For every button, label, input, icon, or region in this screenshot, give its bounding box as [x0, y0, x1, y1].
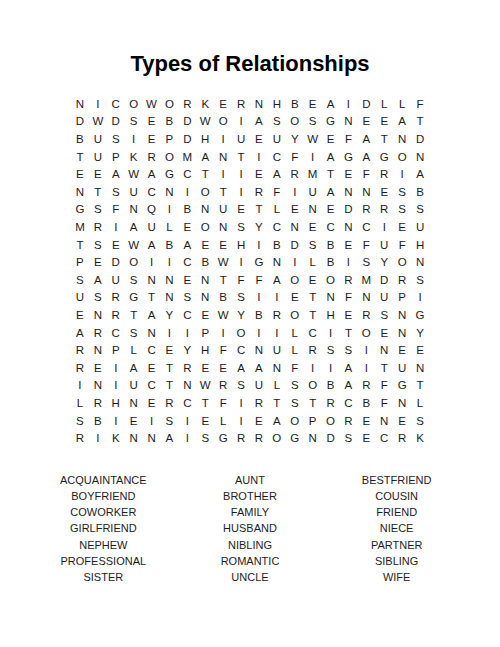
grid-cell[interactable]: L: [393, 95, 411, 113]
grid-cell[interactable]: T: [304, 306, 322, 324]
grid-cell[interactable]: T: [214, 271, 232, 289]
grid-cell[interactable]: I: [286, 253, 304, 271]
grid-cell[interactable]: D: [339, 201, 357, 219]
grid-cell[interactable]: N: [411, 359, 429, 377]
grid-cell[interactable]: S: [89, 289, 107, 307]
grid-cell[interactable]: S: [125, 271, 143, 289]
grid-cell[interactable]: E: [125, 412, 143, 430]
grid-cell[interactable]: A: [322, 148, 340, 166]
grid-cell[interactable]: N: [268, 253, 286, 271]
grid-cell[interactable]: A: [322, 95, 340, 113]
grid-cell[interactable]: L: [268, 377, 286, 395]
grid-cell[interactable]: I: [160, 324, 178, 342]
grid-cell[interactable]: E: [89, 165, 107, 183]
grid-cell[interactable]: C: [178, 253, 196, 271]
grid-cell[interactable]: R: [89, 394, 107, 412]
grid-cell[interactable]: L: [375, 95, 393, 113]
grid-cell[interactable]: D: [322, 429, 340, 447]
grid-cell[interactable]: O: [357, 324, 375, 342]
grid-cell[interactable]: A: [411, 165, 429, 183]
grid-cell[interactable]: B: [286, 95, 304, 113]
grid-cell[interactable]: C: [375, 429, 393, 447]
grid-cell[interactable]: B: [178, 201, 196, 219]
grid-cell[interactable]: A: [393, 113, 411, 131]
grid-cell[interactable]: H: [107, 394, 125, 412]
grid-cell[interactable]: I: [232, 113, 250, 131]
grid-cell[interactable]: U: [89, 130, 107, 148]
grid-cell[interactable]: Y: [178, 341, 196, 359]
grid-cell[interactable]: O: [268, 429, 286, 447]
grid-cell[interactable]: T: [71, 148, 89, 166]
grid-cell[interactable]: O: [196, 218, 214, 236]
grid-cell[interactable]: T: [160, 359, 178, 377]
grid-cell[interactable]: L: [304, 253, 322, 271]
grid-cell[interactable]: I: [214, 130, 232, 148]
grid-cell[interactable]: T: [304, 289, 322, 307]
grid-cell[interactable]: I: [357, 341, 375, 359]
grid-cell[interactable]: U: [411, 218, 429, 236]
grid-cell[interactable]: T: [196, 165, 214, 183]
grid-cell[interactable]: R: [89, 218, 107, 236]
grid-cell[interactable]: A: [339, 377, 357, 395]
grid-cell[interactable]: C: [322, 218, 340, 236]
grid-cell[interactable]: M: [178, 148, 196, 166]
grid-cell[interactable]: S: [357, 253, 375, 271]
grid-cell[interactable]: S: [286, 394, 304, 412]
grid-cell[interactable]: Y: [250, 218, 268, 236]
grid-cell[interactable]: N: [411, 148, 429, 166]
grid-cell[interactable]: I: [107, 377, 125, 395]
grid-cell[interactable]: S: [322, 341, 340, 359]
grid-cell[interactable]: E: [214, 236, 232, 254]
grid-cell[interactable]: E: [375, 324, 393, 342]
grid-cell[interactable]: E: [160, 341, 178, 359]
grid-cell[interactable]: F: [268, 183, 286, 201]
grid-cell[interactable]: H: [411, 236, 429, 254]
grid-cell[interactable]: S: [107, 183, 125, 201]
grid-cell[interactable]: E: [322, 130, 340, 148]
grid-cell[interactable]: I: [250, 148, 268, 166]
grid-cell[interactable]: E: [196, 359, 214, 377]
grid-cell[interactable]: N: [89, 377, 107, 395]
grid-cell[interactable]: I: [250, 289, 268, 307]
grid-cell[interactable]: E: [393, 412, 411, 430]
grid-cell[interactable]: H: [232, 236, 250, 254]
grid-cell[interactable]: A: [125, 218, 143, 236]
grid-cell[interactable]: T: [160, 377, 178, 395]
grid-cell[interactable]: E: [178, 218, 196, 236]
grid-cell[interactable]: P: [160, 130, 178, 148]
grid-cell[interactable]: G: [286, 429, 304, 447]
grid-cell[interactable]: T: [411, 377, 429, 395]
grid-cell[interactable]: L: [160, 218, 178, 236]
grid-cell[interactable]: U: [268, 341, 286, 359]
grid-cell[interactable]: B: [322, 253, 340, 271]
grid-cell[interactable]: I: [125, 130, 143, 148]
grid-cell[interactable]: I: [268, 324, 286, 342]
grid-cell[interactable]: B: [357, 394, 375, 412]
grid-cell[interactable]: R: [357, 201, 375, 219]
grid-cell[interactable]: E: [322, 201, 340, 219]
grid-cell[interactable]: U: [375, 289, 393, 307]
grid-cell[interactable]: N: [268, 359, 286, 377]
grid-cell[interactable]: N: [393, 130, 411, 148]
grid-cell[interactable]: G: [71, 201, 89, 219]
grid-cell[interactable]: W: [196, 113, 214, 131]
grid-cell[interactable]: N: [214, 218, 232, 236]
grid-cell[interactable]: E: [375, 183, 393, 201]
grid-cell[interactable]: N: [160, 289, 178, 307]
grid-cell[interactable]: C: [268, 218, 286, 236]
grid-cell[interactable]: E: [214, 359, 232, 377]
grid-cell[interactable]: Y: [232, 306, 250, 324]
grid-cell[interactable]: C: [178, 306, 196, 324]
grid-cell[interactable]: L: [411, 394, 429, 412]
grid-cell[interactable]: E: [393, 341, 411, 359]
grid-cell[interactable]: E: [357, 412, 375, 430]
grid-cell[interactable]: R: [250, 394, 268, 412]
grid-cell[interactable]: O: [286, 412, 304, 430]
grid-cell[interactable]: B: [160, 236, 178, 254]
grid-cell[interactable]: T: [268, 394, 286, 412]
grid-cell[interactable]: C: [268, 148, 286, 166]
grid-cell[interactable]: I: [89, 429, 107, 447]
grid-cell[interactable]: R: [71, 341, 89, 359]
grid-cell[interactable]: N: [196, 289, 214, 307]
grid-cell[interactable]: A: [250, 359, 268, 377]
grid-cell[interactable]: P: [196, 324, 214, 342]
grid-cell[interactable]: N: [143, 271, 161, 289]
grid-cell[interactable]: O: [322, 412, 340, 430]
grid-cell[interactable]: M: [71, 218, 89, 236]
grid-cell[interactable]: R: [250, 183, 268, 201]
grid-cell[interactable]: O: [286, 271, 304, 289]
grid-cell[interactable]: T: [89, 183, 107, 201]
grid-cell[interactable]: C: [107, 324, 125, 342]
grid-cell[interactable]: I: [143, 412, 161, 430]
grid-cell[interactable]: E: [393, 218, 411, 236]
grid-cell[interactable]: N: [89, 306, 107, 324]
grid-cell[interactable]: F: [375, 377, 393, 395]
grid-cell[interactable]: I: [304, 148, 322, 166]
grid-cell[interactable]: U: [393, 359, 411, 377]
grid-cell[interactable]: A: [268, 271, 286, 289]
grid-cell[interactable]: S: [232, 218, 250, 236]
grid-cell[interactable]: E: [250, 130, 268, 148]
grid-cell[interactable]: E: [375, 113, 393, 131]
grid-cell[interactable]: G: [339, 148, 357, 166]
grid-cell[interactable]: S: [304, 236, 322, 254]
grid-cell[interactable]: U: [304, 183, 322, 201]
grid-cell[interactable]: T: [375, 130, 393, 148]
grid-cell[interactable]: S: [375, 306, 393, 324]
grid-cell[interactable]: U: [107, 271, 125, 289]
grid-cell[interactable]: S: [107, 130, 125, 148]
grid-cell[interactable]: W: [304, 130, 322, 148]
grid-cell[interactable]: F: [214, 394, 232, 412]
grid-cell[interactable]: A: [71, 324, 89, 342]
grid-cell[interactable]: S: [196, 429, 214, 447]
grid-cell[interactable]: B: [214, 289, 232, 307]
grid-cell[interactable]: H: [322, 306, 340, 324]
grid-cell[interactable]: B: [322, 236, 340, 254]
grid-cell[interactable]: O: [160, 148, 178, 166]
grid-cell[interactable]: O: [160, 95, 178, 113]
grid-cell[interactable]: R: [232, 429, 250, 447]
grid-cell[interactable]: I: [357, 359, 375, 377]
grid-cell[interactable]: C: [178, 394, 196, 412]
grid-cell[interactable]: R: [393, 429, 411, 447]
grid-cell[interactable]: A: [268, 412, 286, 430]
grid-cell[interactable]: R: [250, 429, 268, 447]
grid-cell[interactable]: B: [268, 236, 286, 254]
grid-cell[interactable]: N: [339, 183, 357, 201]
grid-cell[interactable]: I: [178, 429, 196, 447]
grid-cell[interactable]: E: [107, 236, 125, 254]
grid-cell[interactable]: F: [339, 289, 357, 307]
grid-cell[interactable]: F: [357, 236, 375, 254]
grid-cell[interactable]: R: [71, 429, 89, 447]
grid-cell[interactable]: S: [232, 377, 250, 395]
grid-cell[interactable]: U: [125, 183, 143, 201]
grid-cell[interactable]: N: [125, 429, 143, 447]
grid-cell[interactable]: U: [125, 377, 143, 395]
grid-cell[interactable]: I: [250, 236, 268, 254]
grid-cell[interactable]: S: [71, 412, 89, 430]
grid-cell[interactable]: D: [178, 130, 196, 148]
grid-cell[interactable]: C: [143, 183, 161, 201]
grid-cell[interactable]: I: [107, 218, 125, 236]
grid-cell[interactable]: N: [375, 341, 393, 359]
grid-cell[interactable]: F: [232, 271, 250, 289]
grid-cell[interactable]: N: [160, 271, 178, 289]
grid-cell[interactable]: D: [411, 130, 429, 148]
grid-cell[interactable]: T: [375, 359, 393, 377]
grid-cell[interactable]: G: [411, 306, 429, 324]
grid-cell[interactable]: E: [143, 113, 161, 131]
grid-cell[interactable]: O: [196, 183, 214, 201]
grid-cell[interactable]: N: [304, 429, 322, 447]
grid-cell[interactable]: F: [339, 130, 357, 148]
grid-cell[interactable]: W: [143, 95, 161, 113]
grid-cell[interactable]: B: [71, 130, 89, 148]
grid-cell[interactable]: S: [89, 236, 107, 254]
grid-cell[interactable]: I: [178, 183, 196, 201]
grid-cell[interactable]: I: [339, 95, 357, 113]
grid-cell[interactable]: G: [250, 253, 268, 271]
grid-cell[interactable]: Y: [160, 306, 178, 324]
grid-cell[interactable]: T: [339, 324, 357, 342]
grid-cell[interactable]: C: [232, 341, 250, 359]
grid-cell[interactable]: C: [357, 218, 375, 236]
grid-cell[interactable]: I: [178, 324, 196, 342]
grid-cell[interactable]: Y: [375, 253, 393, 271]
grid-cell[interactable]: T: [411, 113, 429, 131]
grid-cell[interactable]: F: [286, 359, 304, 377]
grid-cell[interactable]: A: [160, 429, 178, 447]
grid-cell[interactable]: G: [214, 429, 232, 447]
grid-cell[interactable]: Y: [411, 324, 429, 342]
grid-cell[interactable]: T: [214, 183, 232, 201]
grid-cell[interactable]: E: [304, 218, 322, 236]
grid-cell[interactable]: F: [286, 148, 304, 166]
grid-cell[interactable]: Q: [143, 201, 161, 219]
grid-cell[interactable]: E: [71, 306, 89, 324]
grid-cell[interactable]: O: [304, 377, 322, 395]
grid-cell[interactable]: L: [286, 324, 304, 342]
grid-cell[interactable]: H: [268, 95, 286, 113]
grid-cell[interactable]: E: [286, 289, 304, 307]
grid-cell[interactable]: S: [160, 412, 178, 430]
grid-cell[interactable]: P: [107, 341, 125, 359]
grid-cell[interactable]: A: [143, 306, 161, 324]
grid-cell[interactable]: E: [304, 271, 322, 289]
grid-cell[interactable]: N: [196, 201, 214, 219]
grid-cell[interactable]: L: [71, 394, 89, 412]
grid-cell[interactable]: E: [89, 359, 107, 377]
grid-cell[interactable]: R: [143, 148, 161, 166]
grid-cell[interactable]: E: [411, 341, 429, 359]
grid-cell[interactable]: E: [357, 113, 375, 131]
grid-cell[interactable]: N: [411, 253, 429, 271]
grid-cell[interactable]: I: [322, 359, 340, 377]
grid-cell[interactable]: E: [304, 95, 322, 113]
grid-cell[interactable]: N: [322, 289, 340, 307]
grid-cell[interactable]: R: [339, 271, 357, 289]
grid-cell[interactable]: K: [125, 148, 143, 166]
grid-cell[interactable]: T: [322, 165, 340, 183]
grid-cell[interactable]: G: [125, 289, 143, 307]
grid-cell[interactable]: I: [214, 324, 232, 342]
grid-cell[interactable]: E: [196, 306, 214, 324]
grid-cell[interactable]: A: [357, 148, 375, 166]
grid-cell[interactable]: E: [143, 359, 161, 377]
grid-cell[interactable]: S: [393, 201, 411, 219]
grid-cell[interactable]: E: [214, 95, 232, 113]
grid-cell[interactable]: N: [393, 324, 411, 342]
grid-cell[interactable]: R: [286, 165, 304, 183]
grid-cell[interactable]: I: [160, 201, 178, 219]
grid-cell[interactable]: A: [250, 113, 268, 131]
grid-cell[interactable]: O: [286, 113, 304, 131]
grid-cell[interactable]: P: [393, 289, 411, 307]
grid-cell[interactable]: T: [143, 289, 161, 307]
grid-cell[interactable]: I: [107, 412, 125, 430]
grid-cell[interactable]: R: [232, 95, 250, 113]
grid-cell[interactable]: W: [125, 165, 143, 183]
grid-cell[interactable]: E: [339, 306, 357, 324]
grid-cell[interactable]: Y: [286, 130, 304, 148]
grid-cell[interactable]: S: [393, 183, 411, 201]
grid-cell[interactable]: E: [143, 130, 161, 148]
grid-cell[interactable]: R: [357, 306, 375, 324]
grid-cell[interactable]: S: [125, 113, 143, 131]
grid-cell[interactable]: E: [357, 429, 375, 447]
grid-cell[interactable]: E: [339, 236, 357, 254]
grid-cell[interactable]: B: [160, 113, 178, 131]
grid-cell[interactable]: I: [268, 289, 286, 307]
grid-cell[interactable]: N: [143, 429, 161, 447]
grid-cell[interactable]: O: [393, 148, 411, 166]
grid-cell[interactable]: A: [125, 359, 143, 377]
grid-cell[interactable]: B: [322, 377, 340, 395]
grid-cell[interactable]: I: [250, 324, 268, 342]
grid-cell[interactable]: A: [322, 183, 340, 201]
grid-cell[interactable]: S: [178, 289, 196, 307]
grid-cell[interactable]: R: [214, 377, 232, 395]
grid-cell[interactable]: U: [268, 130, 286, 148]
grid-cell[interactable]: R: [393, 271, 411, 289]
grid-cell[interactable]: P: [107, 148, 125, 166]
grid-cell[interactable]: N: [196, 271, 214, 289]
grid-cell[interactable]: R: [71, 359, 89, 377]
grid-cell[interactable]: E: [339, 165, 357, 183]
grid-cell[interactable]: G: [393, 377, 411, 395]
grid-cell[interactable]: N: [89, 341, 107, 359]
grid-cell[interactable]: U: [232, 130, 250, 148]
grid-cell[interactable]: A: [178, 236, 196, 254]
grid-cell[interactable]: R: [178, 95, 196, 113]
grid-cell[interactable]: G: [375, 148, 393, 166]
grid-cell[interactable]: E: [196, 236, 214, 254]
grid-cell[interactable]: N: [339, 113, 357, 131]
grid-cell[interactable]: I: [214, 165, 232, 183]
grid-cell[interactable]: T: [71, 236, 89, 254]
grid-cell[interactable]: P: [71, 253, 89, 271]
grid-cell[interactable]: R: [339, 412, 357, 430]
grid-cell[interactable]: R: [107, 289, 125, 307]
grid-cell[interactable]: W: [214, 306, 232, 324]
grid-cell[interactable]: F: [357, 165, 375, 183]
grid-cell[interactable]: I: [286, 183, 304, 201]
grid-cell[interactable]: O: [393, 253, 411, 271]
grid-cell[interactable]: N: [125, 201, 143, 219]
grid-cell[interactable]: C: [143, 341, 161, 359]
grid-cell[interactable]: S: [339, 341, 357, 359]
grid-cell[interactable]: B: [89, 412, 107, 430]
grid-cell[interactable]: C: [107, 95, 125, 113]
grid-cell[interactable]: A: [196, 148, 214, 166]
grid-cell[interactable]: B: [250, 306, 268, 324]
grid-cell[interactable]: H: [196, 341, 214, 359]
grid-cell[interactable]: S: [304, 113, 322, 131]
grid-cell[interactable]: N: [375, 412, 393, 430]
grid-cell[interactable]: N: [178, 377, 196, 395]
grid-cell[interactable]: S: [411, 271, 429, 289]
grid-cell[interactable]: F: [411, 95, 429, 113]
grid-cell[interactable]: N: [125, 394, 143, 412]
grid-cell[interactable]: N: [393, 394, 411, 412]
grid-cell[interactable]: S: [232, 289, 250, 307]
grid-cell[interactable]: U: [214, 201, 232, 219]
grid-cell[interactable]: R: [178, 359, 196, 377]
grid-cell[interactable]: S: [411, 201, 429, 219]
grid-cell[interactable]: L: [214, 412, 232, 430]
grid-cell[interactable]: I: [232, 165, 250, 183]
grid-cell[interactable]: E: [89, 253, 107, 271]
grid-cell[interactable]: U: [250, 377, 268, 395]
grid-cell[interactable]: H: [196, 130, 214, 148]
grid-cell[interactable]: R: [357, 377, 375, 395]
grid-cell[interactable]: E: [71, 165, 89, 183]
grid-cell[interactable]: I: [232, 253, 250, 271]
grid-cell[interactable]: C: [143, 377, 161, 395]
grid-cell[interactable]: N: [250, 341, 268, 359]
grid-cell[interactable]: R: [375, 165, 393, 183]
grid-cell[interactable]: E: [232, 201, 250, 219]
grid-cell[interactable]: T: [125, 306, 143, 324]
grid-cell[interactable]: A: [107, 165, 125, 183]
